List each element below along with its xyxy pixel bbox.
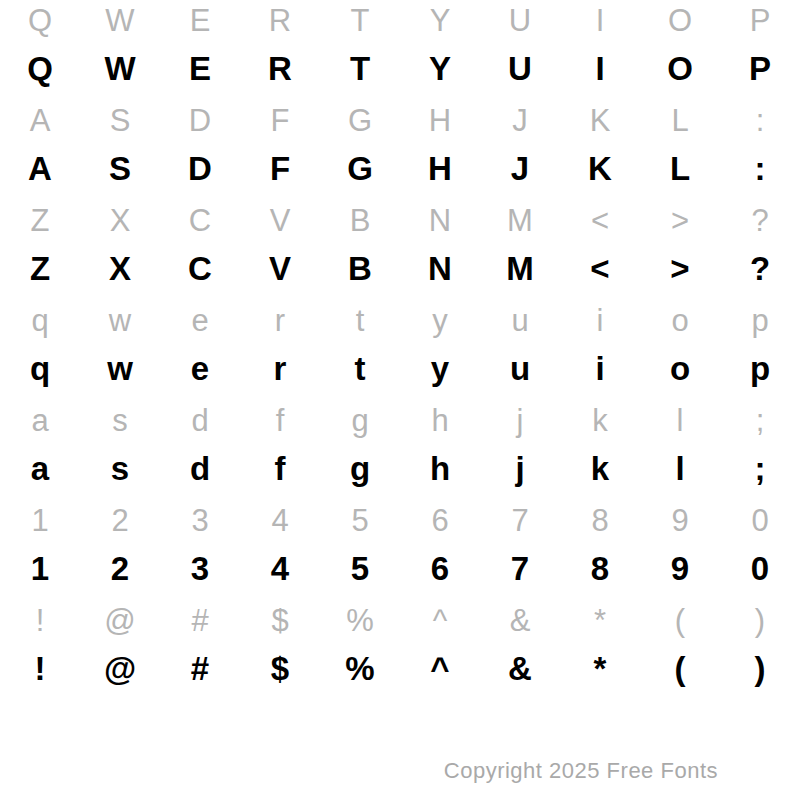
glyph-cell: H (400, 95, 480, 145)
glyph-cell: k (560, 443, 640, 493)
copyright-text: Copyright 2025 Free Fonts (444, 758, 718, 784)
glyph-cell: Z (0, 195, 80, 245)
glyph-cell: J (480, 143, 560, 193)
glyph-cell: E (160, 0, 240, 45)
glyph-cell: M (480, 195, 560, 245)
glyph-cell: I (560, 0, 640, 45)
glyph-cell: F (240, 143, 320, 193)
glyph-cell: g (320, 395, 400, 445)
glyph-cell: & (480, 643, 560, 693)
glyph-cell: ; (720, 443, 800, 493)
glyph-cell: l (640, 395, 720, 445)
glyph-cell: ^ (400, 643, 480, 693)
glyph-cell: k (560, 395, 640, 445)
glyph-cell: y (400, 295, 480, 345)
glyph-cell: w (80, 343, 160, 393)
glyph-cell: B (320, 243, 400, 293)
glyph-cell: H (400, 143, 480, 193)
glyph-cell: Q (0, 43, 80, 93)
glyph-cell: P (720, 43, 800, 93)
glyph-cell: t (320, 343, 400, 393)
glyph-cell: * (560, 643, 640, 693)
glyph-cell: 1 (0, 543, 80, 593)
glyph-cell: e (160, 295, 240, 345)
glyph-cell: p (720, 295, 800, 345)
glyph-cell: 5 (320, 495, 400, 545)
glyph-cell: 2 (80, 543, 160, 593)
glyph-cell: ) (720, 643, 800, 693)
glyph-cell: O (640, 43, 720, 93)
glyph-cell: j (480, 395, 560, 445)
glyph-cell: M (480, 243, 560, 293)
glyph-cell: Y (400, 0, 480, 45)
glyph-cell: ( (640, 643, 720, 693)
glyph-cell: * (560, 595, 640, 645)
glyph-cell: 3 (160, 495, 240, 545)
character-grid: QWERTYUIOPQWERTYUIOPASDFGHJKL:ASDFGHJKL:… (0, 0, 800, 700)
glyph-cell: L (640, 95, 720, 145)
glyph-cell: 9 (640, 495, 720, 545)
glyph-cell: K (560, 143, 640, 193)
glyph-cell: ) (720, 595, 800, 645)
glyph-cell: T (320, 0, 400, 45)
glyph-cell: X (80, 243, 160, 293)
glyph-cell: h (400, 443, 480, 493)
glyph-cell: a (0, 395, 80, 445)
glyph-cell: ! (0, 643, 80, 693)
glyph-cell: d (160, 395, 240, 445)
glyph-cell: u (480, 343, 560, 393)
glyph-cell: U (480, 43, 560, 93)
glyph-cell: % (320, 595, 400, 645)
glyph-cell: ? (720, 195, 800, 245)
glyph-cell: 7 (480, 543, 560, 593)
glyph-cell: o (640, 343, 720, 393)
glyph-cell: f (240, 443, 320, 493)
glyph-cell: j (480, 443, 560, 493)
font-specimen-page: QWERTYUIOPQWERTYUIOPASDFGHJKL:ASDFGHJKL:… (0, 0, 800, 800)
glyph-cell: W (80, 0, 160, 45)
glyph-cell: L (640, 143, 720, 193)
glyph-cell: ? (720, 243, 800, 293)
glyph-cell: U (480, 0, 560, 45)
glyph-cell: @ (80, 595, 160, 645)
glyph-cell: N (400, 243, 480, 293)
glyph-cell: # (160, 595, 240, 645)
glyph-cell: W (80, 43, 160, 93)
glyph-cell: e (160, 343, 240, 393)
glyph-cell: 1 (0, 495, 80, 545)
glyph-cell: S (80, 95, 160, 145)
glyph-cell: q (0, 295, 80, 345)
glyph-cell: X (80, 195, 160, 245)
glyph-cell: N (400, 195, 480, 245)
glyph-cell: s (80, 395, 160, 445)
glyph-cell: G (320, 95, 400, 145)
glyph-cell: K (560, 95, 640, 145)
glyph-cell: 7 (480, 495, 560, 545)
glyph-cell: w (80, 295, 160, 345)
glyph-cell: A (0, 95, 80, 145)
glyph-cell: i (560, 295, 640, 345)
glyph-cell: @ (80, 643, 160, 693)
glyph-cell: i (560, 343, 640, 393)
glyph-cell: o (640, 295, 720, 345)
glyph-cell: J (480, 95, 560, 145)
glyph-cell: ; (720, 395, 800, 445)
glyph-cell: 9 (640, 543, 720, 593)
glyph-cell: 4 (240, 543, 320, 593)
glyph-cell: y (400, 343, 480, 393)
glyph-cell: # (160, 643, 240, 693)
glyph-cell: 8 (560, 495, 640, 545)
glyph-cell: B (320, 195, 400, 245)
glyph-cell: t (320, 295, 400, 345)
glyph-cell: 8 (560, 543, 640, 593)
glyph-cell: V (240, 243, 320, 293)
glyph-cell: % (320, 643, 400, 693)
glyph-cell: ^ (400, 595, 480, 645)
glyph-cell: f (240, 395, 320, 445)
glyph-cell: : (720, 95, 800, 145)
glyph-cell: & (480, 595, 560, 645)
glyph-cell: $ (240, 595, 320, 645)
glyph-cell: C (160, 195, 240, 245)
glyph-cell: D (160, 95, 240, 145)
glyph-cell: 3 (160, 543, 240, 593)
glyph-cell: r (240, 343, 320, 393)
glyph-cell: 2 (80, 495, 160, 545)
glyph-cell: 6 (400, 543, 480, 593)
glyph-cell: ! (0, 595, 80, 645)
glyph-cell: R (240, 0, 320, 45)
glyph-cell: r (240, 295, 320, 345)
glyph-cell: q (0, 343, 80, 393)
glyph-cell: < (560, 243, 640, 293)
glyph-cell: P (720, 0, 800, 45)
glyph-cell: 5 (320, 543, 400, 593)
glyph-cell: 0 (720, 495, 800, 545)
glyph-cell: p (720, 343, 800, 393)
glyph-cell: d (160, 443, 240, 493)
glyph-cell: R (240, 43, 320, 93)
glyph-cell: I (560, 43, 640, 93)
glyph-cell: G (320, 143, 400, 193)
glyph-cell: > (640, 243, 720, 293)
glyph-cell: A (0, 143, 80, 193)
glyph-cell: F (240, 95, 320, 145)
glyph-cell: D (160, 143, 240, 193)
glyph-cell: S (80, 143, 160, 193)
glyph-cell: 4 (240, 495, 320, 545)
glyph-cell: Q (0, 0, 80, 45)
glyph-cell: V (240, 195, 320, 245)
glyph-cell: E (160, 43, 240, 93)
glyph-cell: 0 (720, 543, 800, 593)
glyph-cell: T (320, 43, 400, 93)
glyph-cell: 6 (400, 495, 480, 545)
glyph-cell: C (160, 243, 240, 293)
glyph-cell: h (400, 395, 480, 445)
glyph-cell: u (480, 295, 560, 345)
glyph-cell: Z (0, 243, 80, 293)
glyph-cell: l (640, 443, 720, 493)
glyph-cell: ( (640, 595, 720, 645)
glyph-cell: s (80, 443, 160, 493)
glyph-cell: a (0, 443, 80, 493)
glyph-cell: < (560, 195, 640, 245)
glyph-cell: > (640, 195, 720, 245)
glyph-cell: $ (240, 643, 320, 693)
glyph-cell: : (720, 143, 800, 193)
glyph-cell: Y (400, 43, 480, 93)
glyph-cell: O (640, 0, 720, 45)
glyph-cell: g (320, 443, 400, 493)
